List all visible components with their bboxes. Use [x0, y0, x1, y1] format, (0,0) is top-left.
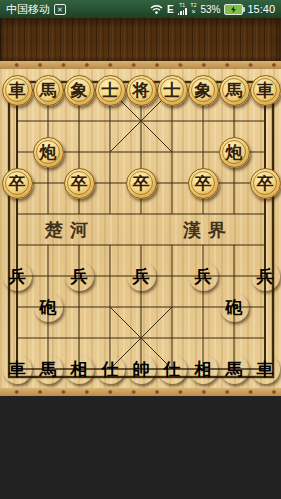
- piece-glyph: 馬: [226, 79, 243, 102]
- piece-glyph: 卒: [71, 172, 88, 195]
- piece-glyph: 士: [102, 79, 119, 102]
- piece-black-r0c7[interactable]: 馬: [219, 75, 250, 106]
- piece-glyph: 車: [257, 79, 274, 102]
- piece-black-r3c0[interactable]: 卒: [2, 168, 33, 199]
- piece-glyph: 馬: [40, 358, 57, 381]
- piece-glyph: 兵: [195, 265, 212, 288]
- piece-glyph: 将: [133, 79, 150, 102]
- piece-red-r9c0[interactable]: 車: [3, 355, 32, 384]
- xiangqi-board[interactable]: 楚河 漢界 車馬象士将士象馬車炮炮卒卒卒卒卒兵兵兵兵兵砲砲車馬相仕帥仕相馬車: [0, 69, 281, 388]
- wifi-icon: [150, 4, 163, 14]
- piece-black-r2c1[interactable]: 炮: [33, 137, 64, 168]
- piece-red-r9c4[interactable]: 帥: [127, 355, 156, 384]
- piece-glyph: 炮: [40, 141, 57, 164]
- piece-red-r9c8[interactable]: 車: [251, 355, 280, 384]
- piece-grid: 車馬象士将士象馬車炮炮卒卒卒卒卒兵兵兵兵兵砲砲車馬相仕帥仕相馬車: [2, 75, 281, 385]
- piece-black-r0c8[interactable]: 車: [250, 75, 281, 106]
- piece-black-r0c5[interactable]: 士: [157, 75, 188, 106]
- piece-glyph: 兵: [257, 265, 274, 288]
- piece-black-r3c8[interactable]: 卒: [250, 168, 281, 199]
- piece-black-r0c3[interactable]: 士: [95, 75, 126, 106]
- piece-glyph: 士: [164, 79, 181, 102]
- piece-red-r6c0[interactable]: 兵: [3, 262, 32, 291]
- battery-icon: [224, 4, 243, 15]
- piece-black-r0c0[interactable]: 車: [2, 75, 33, 106]
- piece-red-r9c5[interactable]: 仕: [158, 355, 187, 384]
- xiangqi-app: 中国移动 ✕ E T1 T2 × 53%: [0, 0, 281, 499]
- sim1-signal-icon: T1: [178, 3, 187, 15]
- stud-strip-bottom: [0, 388, 281, 396]
- stud-strip-top: [0, 61, 281, 69]
- piece-red-r6c2[interactable]: 兵: [65, 262, 94, 291]
- piece-glyph: 象: [195, 79, 212, 102]
- piece-black-r3c6[interactable]: 卒: [188, 168, 219, 199]
- piece-glyph: 砲: [226, 296, 243, 319]
- piece-glyph: 卒: [195, 172, 212, 195]
- piece-glyph: 馬: [40, 79, 57, 102]
- piece-glyph: 帥: [133, 358, 150, 381]
- piece-glyph: 卒: [257, 172, 274, 195]
- piece-black-r0c1[interactable]: 馬: [33, 75, 64, 106]
- piece-glyph: 車: [257, 358, 274, 381]
- piece-glyph: 炮: [226, 141, 243, 164]
- piece-glyph: 車: [9, 358, 26, 381]
- piece-black-r2c7[interactable]: 炮: [219, 137, 250, 168]
- piece-red-r9c7[interactable]: 馬: [220, 355, 249, 384]
- piece-red-r9c3[interactable]: 仕: [96, 355, 125, 384]
- piece-glyph: 象: [71, 79, 88, 102]
- piece-glyph: 相: [195, 358, 212, 381]
- piece-red-r9c1[interactable]: 馬: [34, 355, 63, 384]
- piece-black-r0c2[interactable]: 象: [64, 75, 95, 106]
- piece-glyph: 仕: [102, 358, 119, 381]
- piece-red-r9c6[interactable]: 相: [189, 355, 218, 384]
- piece-red-r6c6[interactable]: 兵: [189, 262, 218, 291]
- piece-glyph: 卒: [9, 172, 26, 195]
- sim2-signal-icon: T2 ×: [191, 3, 197, 15]
- piece-glyph: 車: [9, 79, 26, 102]
- piece-glyph: 兵: [9, 265, 26, 288]
- piece-red-r7c1[interactable]: 砲: [34, 293, 63, 322]
- piece-glyph: 兵: [71, 265, 88, 288]
- piece-black-r0c4[interactable]: 将: [126, 75, 157, 106]
- piece-glyph: 兵: [133, 265, 150, 288]
- carrier-label: 中国移动: [6, 2, 50, 17]
- piece-red-r9c2[interactable]: 相: [65, 355, 94, 384]
- network-type-label: E: [167, 4, 174, 15]
- piece-black-r3c4[interactable]: 卒: [126, 168, 157, 199]
- board-frame-top: [0, 18, 281, 62]
- piece-black-r0c6[interactable]: 象: [188, 75, 219, 106]
- clock: 15:40: [247, 3, 275, 15]
- piece-glyph: 卒: [133, 172, 150, 195]
- battery-percent: 53%: [200, 4, 220, 15]
- piece-glyph: 相: [71, 358, 88, 381]
- message-icon: ✕: [54, 4, 66, 15]
- status-bar: 中国移动 ✕ E T1 T2 × 53%: [0, 0, 281, 18]
- piece-red-r7c7[interactable]: 砲: [220, 293, 249, 322]
- piece-glyph: 仕: [164, 358, 181, 381]
- piece-glyph: 馬: [226, 358, 243, 381]
- piece-black-r3c2[interactable]: 卒: [64, 168, 95, 199]
- piece-red-r6c4[interactable]: 兵: [127, 262, 156, 291]
- piece-glyph: 砲: [40, 296, 57, 319]
- piece-red-r6c8[interactable]: 兵: [251, 262, 280, 291]
